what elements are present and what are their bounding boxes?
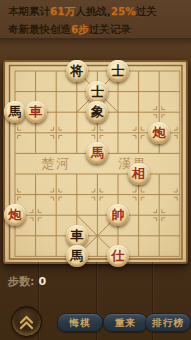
piece-black-advisor[interactable]: 士 [86,81,108,103]
stat-accent-text: 25% [111,5,136,17]
expand-button[interactable] [11,306,42,337]
piece-black-advisor[interactable]: 士 [107,60,129,82]
stat-text: 本期累计 [8,5,50,17]
app-screen: 本期累计61万人挑战,25%过关 奇新最快创造6步过关记录 楚河漢界 步数:0 … [0,0,191,340]
plank-seam [0,38,191,45]
piece-red-advisor[interactable]: 仕 [107,245,129,267]
stat-text: 奇新最快创造 [8,23,71,35]
piece-black-general[interactable]: 将 [66,60,88,82]
double-chevron-up-icon [12,307,41,336]
stat-text: 过关记录 [89,23,131,35]
step-counter: 步数:0 [8,274,46,289]
piece-red-elephant[interactable]: 相 [128,163,150,185]
piece-red-chariot[interactable]: 車 [25,101,47,123]
restart-button[interactable]: 重来 [103,313,148,332]
piece-black-horse[interactable]: 馬 [66,245,88,267]
leaderboard-button[interactable]: 排行榜 [145,313,191,332]
river-label-left: 楚河 [41,156,71,171]
undo-button[interactable]: 悔棋 [57,313,103,332]
piece-black-chariot[interactable]: 車 [66,225,88,247]
stat-text: 过关 [136,5,157,17]
stat-accent-text: 6步 [71,23,89,35]
stats-banner: 本期累计61万人挑战,25%过关 奇新最快创造6步过关记录 [8,2,189,38]
challenge-stats-line: 本期累计61万人挑战,25%过关 [8,2,189,20]
step-counter-label: 步数: [8,275,34,288]
step-counter-value: 0 [38,275,46,288]
stat-text: 人挑战, [75,5,111,17]
record-line: 奇新最快创造6步过关记录 [8,20,189,38]
stat-accent-text: 61万 [50,5,75,17]
piece-red-cannon[interactable]: 炮 [148,122,170,144]
